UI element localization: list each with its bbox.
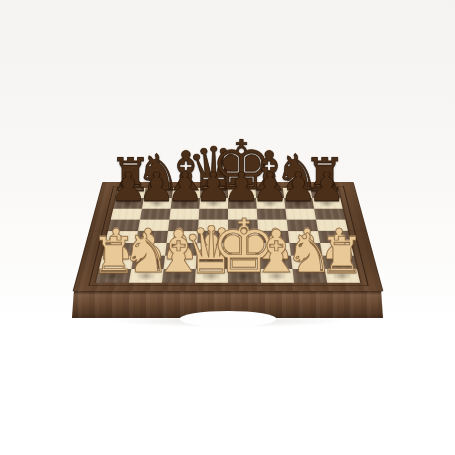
square-h1 [324, 269, 359, 283]
square-d4 [197, 231, 228, 243]
square-g2 [290, 256, 324, 269]
square-b6 [140, 209, 171, 220]
square-h6 [314, 209, 345, 220]
square-c4 [166, 231, 197, 243]
square-e8 [228, 188, 256, 198]
square-g8 [282, 188, 311, 198]
square-c2 [163, 256, 196, 269]
square-a6 [110, 209, 141, 220]
square-f2 [259, 256, 292, 269]
square-f8 [255, 188, 284, 198]
square-e2 [228, 256, 260, 269]
playing-area [95, 188, 359, 283]
square-b4 [135, 231, 167, 243]
square-f4 [258, 231, 289, 243]
square-g7 [284, 198, 314, 208]
square-b1 [128, 269, 163, 283]
square-a3 [102, 243, 136, 256]
square-h4 [318, 231, 351, 243]
square-d2 [195, 256, 227, 269]
square-c1 [161, 269, 195, 283]
square-g1 [292, 269, 327, 283]
square-c7 [170, 198, 199, 208]
square-f7 [256, 198, 285, 208]
square-d7 [199, 198, 228, 208]
square-b7 [141, 198, 171, 208]
square-a1 [95, 269, 130, 283]
square-c5 [168, 220, 199, 231]
fold-seam [89, 231, 365, 232]
square-h7 [312, 198, 343, 208]
square-a8 [115, 188, 145, 198]
square-b8 [143, 188, 172, 198]
square-a2 [99, 256, 134, 269]
square-g6 [285, 209, 316, 220]
square-b3 [133, 243, 166, 256]
square-h5 [315, 220, 347, 231]
square-b2 [131, 256, 165, 269]
square-f3 [258, 243, 290, 256]
square-h8 [310, 188, 340, 198]
square-e7 [228, 198, 257, 208]
square-e4 [228, 231, 259, 243]
square-d8 [199, 188, 227, 198]
square-a7 [113, 198, 144, 208]
square-d6 [198, 209, 227, 220]
square-e3 [228, 243, 259, 256]
square-f5 [257, 220, 288, 231]
product-photo-background: ♜♞♝♛♚♝♞♜♟♟♟♟♟♟♟♟♟♟♟♟♟♟♟♟♜♞♝♛♚♝♞♜ [0, 0, 455, 455]
square-c3 [165, 243, 197, 256]
square-f1 [260, 269, 294, 283]
chess-board [72, 182, 383, 292]
square-f6 [256, 209, 286, 220]
square-d3 [196, 243, 227, 256]
square-e1 [228, 269, 261, 283]
clasp-notch [179, 311, 276, 327]
square-h3 [320, 243, 354, 256]
square-c8 [171, 188, 200, 198]
square-c6 [169, 209, 199, 220]
square-a4 [105, 231, 138, 243]
square-e5 [228, 220, 258, 231]
square-d1 [194, 269, 227, 283]
square-g4 [288, 231, 320, 243]
square-g5 [286, 220, 317, 231]
square-a5 [108, 220, 140, 231]
square-g3 [289, 243, 322, 256]
square-e6 [228, 209, 257, 220]
square-h2 [322, 256, 357, 269]
square-d5 [198, 220, 228, 231]
square-b5 [138, 220, 169, 231]
